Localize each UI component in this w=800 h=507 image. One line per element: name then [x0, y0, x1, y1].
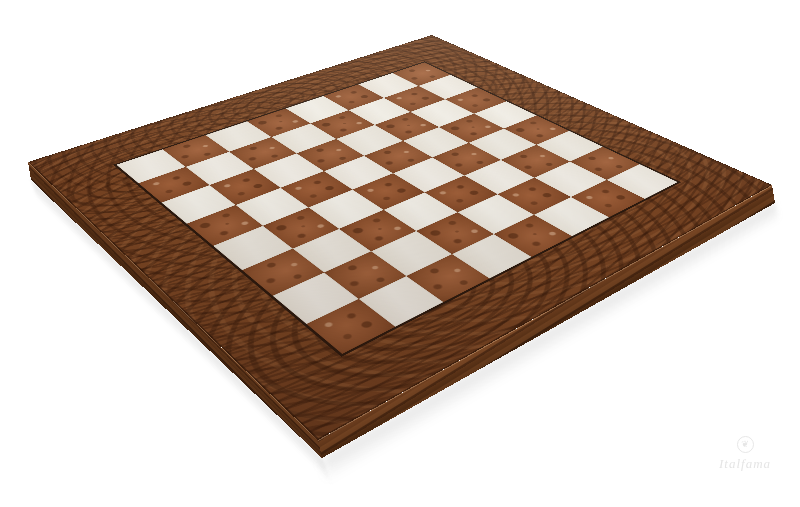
chess-board [28, 35, 772, 440]
watermark: ❦ Italfama [700, 436, 790, 480]
italfama-logo-icon: ❦ [737, 436, 754, 453]
board-frame [28, 35, 772, 440]
product-photo-canvas: ❦ Italfama [0, 0, 800, 507]
watermark-text: Italfama [719, 456, 771, 472]
